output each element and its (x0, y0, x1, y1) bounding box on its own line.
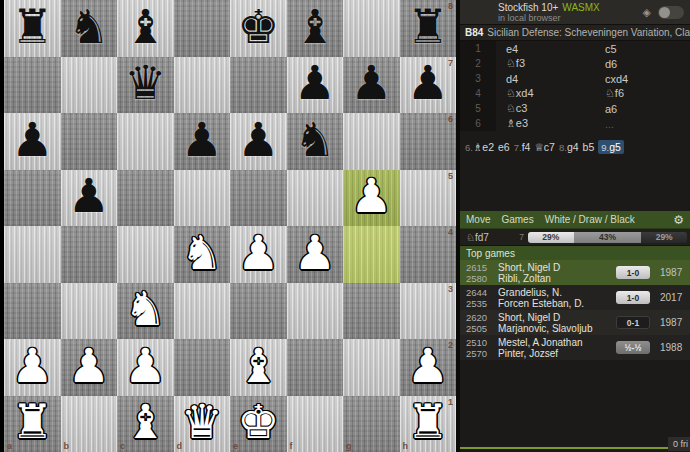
variation-move-g5[interactable]: 9.g5 (598, 140, 624, 154)
explorer-wdb-bar: 29%43%29% (528, 232, 687, 243)
square-h7[interactable]: ♟7 (400, 57, 457, 114)
opening-name-bar: B84 Sicilian Defense: Scheveningen Varia… (460, 25, 690, 41)
square-f1[interactable]: f (287, 396, 344, 452)
square-g2[interactable] (343, 339, 400, 396)
top-game-row-3[interactable]: 26202505Short, Nigel DMarjanovic, Slavol… (460, 310, 690, 335)
engine-panel: Stockfish 10+WASMX in local browser ◈ (460, 0, 690, 25)
piece-black-pawn: ♟ (350, 59, 392, 106)
square-d8[interactable] (174, 0, 231, 57)
black-move-6[interactable]: ... (595, 116, 690, 131)
game-ratings: 25102570 (460, 337, 498, 359)
move-row-1: 1e4c5 (460, 41, 690, 56)
square-d2[interactable] (174, 339, 231, 396)
black-move-5[interactable]: a6 (595, 101, 690, 116)
piece-white-rook: ♜ (407, 398, 449, 445)
square-b6[interactable] (61, 113, 118, 170)
game-year: 1987 (656, 267, 690, 278)
square-d4[interactable]: ♞ (174, 226, 231, 283)
status-toast: 0 fri (668, 437, 690, 451)
coord-file-a: a (7, 441, 12, 451)
coord-rank-7: 7 (448, 58, 453, 68)
square-a5[interactable] (4, 170, 61, 227)
variation-move-b5[interactable]: b5 (583, 141, 595, 153)
piece-black-bishop: ♝ (124, 3, 166, 50)
game-result-badge: 1-0 (616, 291, 650, 304)
square-a6[interactable]: ♟ (4, 113, 61, 170)
sidebar-bottom-accent-line (460, 447, 690, 449)
black-move-3[interactable]: cxd4 (595, 71, 690, 86)
wdb-segment-black: 29% (641, 232, 687, 243)
piece-white-pawn: ♟ (68, 342, 110, 389)
top-games-label: Top games (466, 248, 515, 259)
square-f3[interactable] (287, 283, 344, 340)
square-c6[interactable] (117, 113, 174, 170)
white-move-2[interactable]: ♘f3 (496, 56, 595, 71)
game-players: Grandelius, N.Forcen Esteban, D. (498, 287, 616, 309)
piece-black-bishop: ♝ (294, 3, 336, 50)
white-move-1[interactable]: e4 (496, 41, 595, 56)
square-c8[interactable]: ♝ (117, 0, 174, 57)
move-list: 1e4c52♘f3d63d4cxd44♘xd4♘f65♘c3a66♗e3... (460, 41, 690, 131)
white-move-5[interactable]: ♘c3 (496, 101, 595, 116)
game-year: 1988 (656, 342, 690, 353)
engine-info: Stockfish 10+WASMX in local browser (498, 2, 643, 23)
engine-toggle-knob (659, 7, 670, 18)
explorer-settings-gear-icon[interactable]: ⚙ (673, 214, 684, 226)
variation-move-number: 8. (559, 142, 567, 153)
coord-file-c: c (120, 441, 125, 451)
piece-black-knight: ♞ (68, 3, 110, 50)
piece-white-knight: ♞ (124, 285, 166, 332)
square-a3[interactable] (4, 283, 61, 340)
focus-icon[interactable]: ◈ (643, 7, 651, 18)
piece-white-rook: ♜ (11, 398, 53, 445)
analysis-app: ♜♞♝♚♝♜8♛♟♟♟7♟♟♟♞6♟♟5♞♟♟4♞3♟♟♟♝♟2♜ab♝c♛d♚… (0, 0, 690, 452)
engine-location: in local browser (498, 13, 643, 23)
piece-white-pawn: ♟ (11, 342, 53, 389)
game-result-badge: 1-0 (616, 266, 650, 279)
coord-file-g: g (346, 441, 352, 451)
top-game-row-4[interactable]: 25102570Mestel, A JonathanPinter, Jozsef… (460, 335, 690, 360)
explorer-move-games-count: 7 (510, 232, 524, 242)
variation-move-e2[interactable]: 6.♗e2 (465, 141, 494, 153)
game-ratings: 26202505 (460, 312, 498, 334)
piece-black-pawn: ♟ (68, 172, 110, 219)
square-f4[interactable]: ♟ (287, 226, 344, 283)
black-move-4[interactable]: ♘f6 (595, 86, 690, 101)
square-a4[interactable] (4, 226, 61, 283)
chess-board: ♜♞♝♚♝♜8♛♟♟♟7♟♟♟♞6♟♟5♞♟♟4♞3♟♟♟♝♟2♜ab♝c♛d♚… (4, 0, 456, 452)
square-a2[interactable]: ♟ (4, 339, 61, 396)
square-g3[interactable] (343, 283, 400, 340)
coord-file-e: e (233, 441, 238, 451)
square-a7[interactable] (4, 57, 61, 114)
black-move-1[interactable]: c5 (595, 41, 690, 56)
piece-white-pawn: ♟ (350, 172, 392, 219)
piece-white-queen: ♛ (181, 398, 223, 445)
coord-file-d: d (177, 441, 183, 451)
square-d7[interactable] (174, 57, 231, 114)
piece-black-queen: ♛ (124, 59, 166, 106)
piece-black-pawn: ♟ (237, 116, 279, 163)
square-g1[interactable]: g (343, 396, 400, 452)
game-players: Short, Nigel DMarjanovic, Slavoljub (498, 312, 616, 334)
square-c7[interactable]: ♛ (117, 57, 174, 114)
square-f2[interactable] (287, 339, 344, 396)
square-a1[interactable]: ♜a (4, 396, 61, 452)
coord-rank-6: 6 (448, 114, 453, 124)
piece-white-pawn: ♟ (124, 342, 166, 389)
move-row-2: 2♘f3d6 (460, 56, 690, 71)
game-year: 1987 (656, 317, 690, 328)
move-number: 6 (460, 116, 496, 131)
variation-move-number: 9. (601, 142, 609, 153)
coord-rank-5: 5 (448, 171, 453, 181)
square-b5[interactable]: ♟ (61, 170, 118, 227)
square-h4[interactable]: 4 (400, 226, 457, 283)
coord-file-h: h (403, 441, 409, 451)
game-players: Short, Nigel DRibli, Zoltan (498, 262, 616, 284)
opening-name: Sicilian Defense: Scheveningen Variation… (487, 27, 690, 38)
square-f7[interactable]: ♟ (287, 57, 344, 114)
square-b8[interactable]: ♞ (61, 0, 118, 57)
variation-line: 6.♗e2e67.f4♕c78.g4b59.g5 (460, 137, 690, 158)
square-e4[interactable]: ♟ (230, 226, 287, 283)
piece-white-pawn: ♟ (294, 229, 336, 276)
piece-black-rook: ♜ (407, 3, 449, 50)
piece-white-bishop: ♝ (237, 342, 279, 389)
variation-move-g4[interactable]: 8.g4 (559, 141, 579, 153)
engine-name-line: Stockfish 10+WASMX (498, 2, 643, 13)
square-a8[interactable]: ♜ (4, 0, 61, 57)
square-g5[interactable]: ♟ (343, 170, 400, 227)
square-h8[interactable]: ♜8 (400, 0, 457, 57)
engine-toggle[interactable] (658, 6, 684, 19)
coord-rank-2: 2 (448, 340, 453, 350)
square-h2[interactable]: ♟2 (400, 339, 457, 396)
move-number: 4 (460, 86, 496, 101)
white-move-6[interactable]: ♗e3 (496, 116, 595, 131)
piece-black-pawn: ♟ (11, 116, 53, 163)
game-players: Mestel, A JonathanPinter, Jozsef (498, 337, 616, 359)
square-h1[interactable]: ♜h1 (400, 396, 457, 452)
square-c3[interactable]: ♞ (117, 283, 174, 340)
square-b4[interactable] (61, 226, 118, 283)
variation-move-c7[interactable]: ♕c7 (534, 141, 555, 153)
piece-black-pawn: ♟ (407, 59, 449, 106)
coord-file-f: f (290, 441, 293, 451)
top-game-row-2[interactable]: 26442535Grandelius, N.Forcen Esteban, D.… (460, 285, 690, 310)
game-result-badge: ½-½ (616, 341, 650, 354)
engine-controls: ◈ (643, 6, 684, 19)
move-row-3: 3d4cxd4 (460, 71, 690, 86)
engine-name: Stockfish 10+ (498, 2, 558, 13)
black-move-2[interactable]: d6 (595, 56, 690, 71)
square-e8[interactable]: ♚ (230, 0, 287, 57)
variation-move-e6[interactable]: e6 (498, 141, 510, 153)
square-g4[interactable] (343, 226, 400, 283)
explorer-move-label: ♘fd7 (466, 232, 510, 243)
square-b2[interactable]: ♟ (61, 339, 118, 396)
move-row-6: 6♗e3... (460, 116, 690, 131)
square-c2[interactable]: ♟ (117, 339, 174, 396)
variation-move-f4[interactable]: 7.f4 (514, 141, 531, 153)
square-h3[interactable]: 3 (400, 283, 457, 340)
coord-rank-3: 3 (448, 284, 453, 294)
explorer-header: Move Games White / Draw / Black ⚙ (460, 211, 690, 229)
move-number: 5 (460, 101, 496, 116)
square-d5[interactable] (174, 170, 231, 227)
square-h5[interactable]: 5 (400, 170, 457, 227)
board-area: ♜♞♝♚♝♜8♛♟♟♟7♟♟♟♞6♟♟5♞♟♟4♞3♟♟♟♝♟2♜ab♝c♛d♚… (0, 0, 456, 452)
square-e1[interactable]: ♚e (230, 396, 287, 452)
move-number: 2 (460, 56, 496, 71)
piece-white-bishop: ♝ (124, 398, 166, 445)
square-g7[interactable]: ♟ (343, 57, 400, 114)
square-e3[interactable] (230, 283, 287, 340)
piece-white-king: ♚ (237, 398, 279, 445)
piece-white-pawn: ♟ (237, 229, 279, 276)
coord-file-b: b (64, 441, 70, 451)
move-number: 3 (460, 71, 496, 86)
explorer-move-row[interactable]: ♘fd7 7 29%43%29% (460, 229, 690, 246)
piece-black-pawn: ♟ (294, 59, 336, 106)
piece-black-knight: ♞ (294, 116, 336, 163)
explorer-tab-games: Games (501, 214, 533, 225)
square-b3[interactable] (61, 283, 118, 340)
square-e5[interactable] (230, 170, 287, 227)
piece-black-pawn: ♟ (181, 116, 223, 163)
piece-white-knight: ♞ (181, 229, 223, 276)
opening-eco-code: B84 (465, 27, 483, 38)
variation-move-number: 6. (465, 142, 473, 153)
top-games-header: Top games (460, 246, 690, 260)
analysis-sidebar: Stockfish 10+WASMX in local browser ◈ B8… (460, 0, 690, 452)
square-e2[interactable]: ♝ (230, 339, 287, 396)
game-year: 2017 (656, 292, 690, 303)
white-move-4[interactable]: ♘xd4 (496, 86, 595, 101)
square-f8[interactable]: ♝ (287, 0, 344, 57)
square-c5[interactable] (117, 170, 174, 227)
square-e6[interactable]: ♟ (230, 113, 287, 170)
square-f5[interactable] (287, 170, 344, 227)
wdb-segment-draw: 43% (574, 232, 642, 243)
top-games-list: 26152580Short, Nigel DRibli, Zoltan1-019… (460, 260, 690, 360)
coord-rank-8: 8 (448, 1, 453, 11)
coord-rank-4: 4 (448, 227, 453, 237)
move-number: 1 (460, 41, 496, 56)
explorer-tab-wdb: White / Draw / Black (545, 214, 635, 225)
sidebar-spacer (460, 158, 690, 211)
square-g8[interactable] (343, 0, 400, 57)
coord-rank-1: 1 (448, 397, 453, 407)
piece-black-king: ♚ (237, 3, 279, 50)
game-ratings: 26442535 (460, 287, 498, 309)
square-b1[interactable]: b (61, 396, 118, 452)
piece-white-pawn: ♟ (407, 342, 449, 389)
square-c4[interactable] (117, 226, 174, 283)
game-ratings: 26152580 (460, 262, 498, 284)
square-d6[interactable]: ♟ (174, 113, 231, 170)
game-result-badge: 0-1 (616, 316, 650, 329)
top-game-row-1[interactable]: 26152580Short, Nigel DRibli, Zoltan1-019… (460, 260, 690, 285)
explorer-tab-move: Move (466, 214, 490, 225)
white-move-3[interactable]: d4 (496, 71, 595, 86)
wdb-segment-white: 29% (528, 232, 574, 243)
move-row-4: 4♘xd4♘f6 (460, 86, 690, 101)
square-g6[interactable] (343, 113, 400, 170)
piece-black-rook: ♜ (11, 3, 53, 50)
move-row-5: 5♘c3a6 (460, 101, 690, 116)
square-c1[interactable]: ♝c (117, 396, 174, 452)
variation-move-number: 7. (514, 142, 522, 153)
square-b7[interactable] (61, 57, 118, 114)
square-e7[interactable] (230, 57, 287, 114)
square-f6[interactable]: ♞ (287, 113, 344, 170)
engine-tech-badge: WASMX (562, 2, 599, 13)
square-d1[interactable]: ♛d (174, 396, 231, 452)
square-h6[interactable]: 6 (400, 113, 457, 170)
square-d3[interactable] (174, 283, 231, 340)
